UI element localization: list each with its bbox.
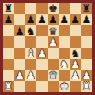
square-f5[interactable] xyxy=(59,36,70,47)
square-f8[interactable] xyxy=(59,3,70,14)
square-f6[interactable] xyxy=(59,25,70,36)
square-f7[interactable]: ♟ xyxy=(59,14,70,25)
square-a8[interactable]: ♜ xyxy=(3,3,14,14)
square-c4[interactable]: ♝ xyxy=(25,48,36,59)
square-c8[interactable] xyxy=(25,3,36,14)
square-g4[interactable]: ♞ xyxy=(70,48,81,59)
black-knight-g4: ♞ xyxy=(71,48,80,58)
square-d3[interactable] xyxy=(36,59,47,70)
square-b2[interactable]: ♟ xyxy=(14,70,25,81)
square-f1[interactable]: ♚ xyxy=(59,81,70,92)
black-rook-a8: ♜ xyxy=(4,3,13,13)
square-a2[interactable] xyxy=(3,70,14,81)
square-g5[interactable] xyxy=(70,36,81,47)
square-e4[interactable] xyxy=(48,48,59,59)
square-b8[interactable] xyxy=(14,3,25,14)
square-c1[interactable] xyxy=(25,81,36,92)
white-king-f1: ♚ xyxy=(59,81,68,91)
square-d8[interactable] xyxy=(36,3,47,14)
square-b6[interactable]: ♟ xyxy=(14,25,25,36)
square-c3[interactable] xyxy=(25,59,36,70)
white-pawn-d4: ♟ xyxy=(37,48,46,58)
square-b5[interactable] xyxy=(14,36,25,47)
white-pawn-h2: ♟ xyxy=(82,70,91,80)
square-a7[interactable]: ♟ xyxy=(3,14,14,25)
square-f4[interactable] xyxy=(59,48,70,59)
black-pawn-e7: ♟ xyxy=(48,14,57,24)
chess-board: ♜♚♜♟♟♟♟♟♟♟♟♞♛♟♝♟♞♞♟♟♟♛♟♟♜♚♜ xyxy=(3,3,92,92)
square-e1[interactable] xyxy=(48,81,59,92)
square-h2[interactable]: ♟ xyxy=(81,70,92,81)
white-rook-a1: ♜ xyxy=(4,81,13,91)
square-a3[interactable] xyxy=(3,59,14,70)
square-b1[interactable] xyxy=(14,81,25,92)
square-b4[interactable] xyxy=(14,48,25,59)
black-knight-c6: ♞ xyxy=(26,25,35,35)
square-e7[interactable]: ♟ xyxy=(48,14,59,25)
square-h5[interactable] xyxy=(81,36,92,47)
square-h7[interactable]: ♟ xyxy=(81,14,92,25)
square-b7[interactable] xyxy=(14,14,25,25)
square-c2[interactable]: ♟ xyxy=(25,70,36,81)
black-rook-h8: ♜ xyxy=(82,3,91,13)
black-pawn-f7: ♟ xyxy=(59,14,68,24)
square-b3[interactable] xyxy=(14,59,25,70)
square-a6[interactable] xyxy=(3,25,14,36)
square-g2[interactable]: ♟ xyxy=(70,70,81,81)
square-e5[interactable]: ♟ xyxy=(48,36,59,47)
square-g3[interactable]: ♟ xyxy=(70,59,81,70)
square-f2[interactable] xyxy=(59,70,70,81)
square-d1[interactable] xyxy=(36,81,47,92)
white-pawn-e5: ♟ xyxy=(48,36,57,46)
square-d7[interactable]: ♟ xyxy=(36,14,47,25)
white-queen-e2: ♛ xyxy=(48,70,57,80)
chess-board-frame: ♜♚♜♟♟♟♟♟♟♟♟♞♛♟♝♟♞♞♟♟♟♛♟♟♜♚♜ xyxy=(0,0,95,95)
white-bishop-c4: ♝ xyxy=(26,48,35,58)
square-a4[interactable] xyxy=(3,48,14,59)
square-e8[interactable]: ♚ xyxy=(48,3,59,14)
square-h6[interactable] xyxy=(81,25,92,36)
square-g6[interactable] xyxy=(70,25,81,36)
square-g1[interactable] xyxy=(70,81,81,92)
black-king-e8: ♚ xyxy=(48,3,57,13)
square-e2[interactable]: ♛ xyxy=(48,70,59,81)
square-d2[interactable] xyxy=(36,70,47,81)
square-d5[interactable] xyxy=(36,36,47,47)
square-a1[interactable]: ♜ xyxy=(3,81,14,92)
square-e3[interactable] xyxy=(48,59,59,70)
black-pawn-a7: ♟ xyxy=(4,14,13,24)
square-c6[interactable]: ♞ xyxy=(25,25,36,36)
black-pawn-c7: ♟ xyxy=(26,14,35,24)
black-pawn-g7: ♟ xyxy=(71,14,80,24)
square-f3[interactable]: ♞ xyxy=(59,59,70,70)
white-pawn-c2: ♟ xyxy=(26,70,35,80)
white-pawn-g3: ♟ xyxy=(71,59,80,69)
square-d4[interactable]: ♟ xyxy=(36,48,47,59)
white-rook-h1: ♜ xyxy=(82,81,91,91)
white-knight-f3: ♞ xyxy=(59,59,68,69)
square-h1[interactable]: ♜ xyxy=(81,81,92,92)
square-h3[interactable] xyxy=(81,59,92,70)
white-pawn-g2: ♟ xyxy=(71,70,80,80)
square-d6[interactable] xyxy=(36,25,47,36)
square-g7[interactable]: ♟ xyxy=(70,14,81,25)
white-pawn-b2: ♟ xyxy=(15,70,24,80)
square-h4[interactable] xyxy=(81,48,92,59)
black-pawn-h7: ♟ xyxy=(82,14,91,24)
black-pawn-d7: ♟ xyxy=(37,14,46,24)
square-h8[interactable]: ♜ xyxy=(81,3,92,14)
square-e6[interactable]: ♛ xyxy=(48,25,59,36)
black-queen-e6: ♛ xyxy=(48,25,57,35)
square-g8[interactable] xyxy=(70,3,81,14)
square-c5[interactable] xyxy=(25,36,36,47)
square-a5[interactable] xyxy=(3,36,14,47)
black-pawn-b6: ♟ xyxy=(15,25,24,35)
square-c7[interactable]: ♟ xyxy=(25,14,36,25)
